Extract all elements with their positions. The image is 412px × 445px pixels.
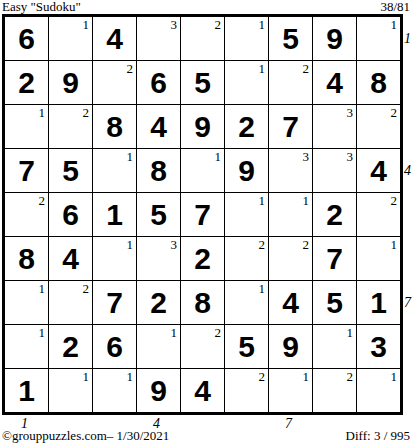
cell-r7c8[interactable]: 5: [313, 281, 356, 324]
pencil-mark: 2: [391, 194, 398, 208]
pencil-mark: 2: [391, 106, 398, 120]
cell-r6c5[interactable]: 2: [181, 237, 224, 280]
given-digit: 2: [5, 61, 48, 104]
cell-r4c8[interactable]: 3: [313, 149, 356, 192]
cell-r1c5[interactable]: 2: [181, 17, 224, 60]
cell-r9c3[interactable]: 1: [93, 369, 136, 412]
cell-r3c2[interactable]: 2: [49, 105, 92, 148]
cell-r2c3[interactable]: 2: [93, 61, 136, 104]
cell-r7c7[interactable]: 4: [269, 281, 312, 324]
cell-r9c2[interactable]: 1: [49, 369, 92, 412]
cell-r8c6[interactable]: 5: [225, 325, 268, 368]
cell-r6c8[interactable]: 7: [313, 237, 356, 280]
cell-r9c1[interactable]: 1: [5, 369, 48, 412]
cell-r6c1[interactable]: 8: [5, 237, 48, 280]
given-digit: 9: [181, 105, 224, 148]
pencil-mark: 1: [303, 370, 310, 384]
given-digit: 7: [93, 281, 136, 324]
cell-r8c9[interactable]: 3: [357, 325, 400, 368]
pencil-mark: 1: [83, 370, 90, 384]
pencil-mark: 2: [83, 106, 90, 120]
pencil-mark: 2: [347, 370, 354, 384]
given-digit: 5: [137, 193, 180, 236]
pencil-mark: 1: [39, 106, 46, 120]
cell-r8c1[interactable]: 1: [5, 325, 48, 368]
sudoku-board: 6143215912926512481284927327518193342615…: [2, 14, 403, 415]
pencil-mark: 1: [259, 194, 266, 208]
row-label-1: 1: [404, 31, 411, 46]
cell-r2c7[interactable]: 2: [269, 61, 312, 104]
cell-r5c6[interactable]: 1: [225, 193, 268, 236]
given-digit: 5: [49, 149, 92, 192]
cell-r7c3[interactable]: 7: [93, 281, 136, 324]
cell-r2c2[interactable]: 9: [49, 61, 92, 104]
given-digit: 8: [93, 105, 136, 148]
cell-r1c6[interactable]: 1: [225, 17, 268, 60]
given-digit: 8: [357, 61, 400, 104]
given-digit: 1: [5, 369, 48, 412]
given-digit: 5: [269, 17, 312, 60]
cell-r3c7[interactable]: 7: [269, 105, 312, 148]
cell-r5c5[interactable]: 7: [181, 193, 224, 236]
pencil-mark: 2: [215, 326, 222, 340]
cell-r1c8[interactable]: 9: [313, 17, 356, 60]
cell-r4c3[interactable]: 1: [93, 149, 136, 192]
pencil-mark: 1: [259, 62, 266, 76]
given-digit: 6: [49, 193, 92, 236]
given-digit: 9: [269, 325, 312, 368]
cell-r2c6[interactable]: 1: [225, 61, 268, 104]
cell-r8c5[interactable]: 2: [181, 325, 224, 368]
progress-counter: 38/81: [380, 0, 410, 14]
given-digit: 8: [137, 149, 180, 192]
given-digit: 3: [357, 325, 400, 368]
pencil-mark: 2: [303, 62, 310, 76]
pencil-mark: 3: [171, 18, 178, 32]
cell-r6c7[interactable]: 2: [269, 237, 312, 280]
pencil-mark: 1: [127, 150, 134, 164]
pencil-mark: 2: [83, 282, 90, 296]
pencil-mark: 1: [259, 282, 266, 296]
given-digit: 9: [225, 149, 268, 192]
given-digit: 4: [269, 281, 312, 324]
sudoku-page: Easy "Sudoku" 38/81 61432159129265124812…: [0, 0, 412, 445]
pencil-mark: 1: [215, 150, 222, 164]
pencil-mark: 2: [259, 238, 266, 252]
page-header: Easy "Sudoku" 38/81: [2, 0, 410, 14]
given-digit: 5: [313, 281, 356, 324]
given-digit: 9: [313, 17, 356, 60]
pencil-mark: 2: [215, 18, 222, 32]
cell-r7c9[interactable]: 1: [357, 281, 400, 324]
given-digit: 8: [181, 281, 224, 324]
pencil-mark: 3: [347, 150, 354, 164]
pencil-mark: 3: [303, 150, 310, 164]
pencil-mark: 2: [39, 194, 46, 208]
given-digit: 2: [49, 325, 92, 368]
given-digit: 1: [93, 193, 136, 236]
cell-r4c5[interactable]: 1: [181, 149, 224, 192]
pencil-mark: 2: [303, 238, 310, 252]
pencil-mark: 1: [303, 194, 310, 208]
cell-r8c8[interactable]: 1: [313, 325, 356, 368]
cell-r1c9[interactable]: 1: [357, 17, 400, 60]
row-label-7: 7: [404, 295, 411, 310]
cell-r5c4[interactable]: 5: [137, 193, 180, 236]
cell-r5c2[interactable]: 6: [49, 193, 92, 236]
pencil-mark: 1: [391, 18, 398, 32]
cell-r4c7[interactable]: 3: [269, 149, 312, 192]
copyright-text: ©grouppuzzles.com– 1/30/2021: [2, 428, 169, 443]
cell-r6c9[interactable]: 1: [357, 237, 400, 280]
given-digit: 9: [137, 369, 180, 412]
given-digit: 5: [225, 325, 268, 368]
cell-r9c6[interactable]: 2: [225, 369, 268, 412]
pencil-mark: 1: [347, 326, 354, 340]
row-label-4: 4: [404, 163, 411, 178]
cell-r2c4[interactable]: 6: [137, 61, 180, 104]
cell-r1c3[interactable]: 4: [93, 17, 136, 60]
cell-r7c6[interactable]: 1: [225, 281, 268, 324]
cell-r4c4[interactable]: 8: [137, 149, 180, 192]
cell-r9c9[interactable]: 1: [357, 369, 400, 412]
cell-r7c5[interactable]: 8: [181, 281, 224, 324]
pencil-mark: 1: [39, 326, 46, 340]
pencil-mark: 1: [127, 238, 134, 252]
cell-r2c8[interactable]: 4: [313, 61, 356, 104]
page-title: Easy "Sudoku": [2, 0, 81, 14]
cell-r2c5[interactable]: 5: [181, 61, 224, 104]
pencil-mark: 1: [171, 326, 178, 340]
pencil-mark: 1: [83, 18, 90, 32]
cell-r3c3[interactable]: 8: [93, 105, 136, 148]
given-digit: 4: [93, 17, 136, 60]
given-digit: 7: [313, 237, 356, 280]
given-digit: 7: [269, 105, 312, 148]
page-footer: ©grouppuzzles.com– 1/30/2021 Diff: 3 / 9…: [2, 428, 410, 443]
pencil-mark: 3: [171, 238, 178, 252]
pencil-mark: 3: [347, 106, 354, 120]
cell-r9c8[interactable]: 2: [313, 369, 356, 412]
pencil-mark: 2: [127, 62, 134, 76]
given-digit: 4: [357, 149, 400, 192]
cell-r4c1[interactable]: 7: [5, 149, 48, 192]
given-digit: 9: [49, 61, 92, 104]
cell-r5c3[interactable]: 1: [93, 193, 136, 236]
cell-r7c2[interactable]: 2: [49, 281, 92, 324]
pencil-mark: 1: [391, 370, 398, 384]
given-digit: 8: [5, 237, 48, 280]
cell-r6c6[interactable]: 2: [225, 237, 268, 280]
cell-r6c2[interactable]: 4: [49, 237, 92, 280]
cell-r6c4[interactable]: 3: [137, 237, 180, 280]
cell-r8c4[interactable]: 1: [137, 325, 180, 368]
given-digit: 6: [93, 325, 136, 368]
cell-r3c8[interactable]: 3: [313, 105, 356, 148]
cell-r9c7[interactable]: 1: [269, 369, 312, 412]
given-digit: 4: [181, 369, 224, 412]
given-digit: 6: [5, 17, 48, 60]
cell-r3c9[interactable]: 2: [357, 105, 400, 148]
given-digit: 2: [181, 237, 224, 280]
cell-r2c9[interactable]: 8: [357, 61, 400, 104]
cell-r8c7[interactable]: 9: [269, 325, 312, 368]
cell-r5c7[interactable]: 1: [269, 193, 312, 236]
given-digit: 4: [49, 237, 92, 280]
given-digit: 4: [137, 105, 180, 148]
given-digit: 7: [5, 149, 48, 192]
cell-r9c5[interactable]: 4: [181, 369, 224, 412]
cell-r4c6[interactable]: 9: [225, 149, 268, 192]
pencil-mark: 1: [259, 18, 266, 32]
difficulty-text: Diff: 3 / 995: [346, 428, 410, 443]
given-digit: 2: [225, 105, 268, 148]
given-digit: 4: [313, 61, 356, 104]
pencil-mark: 1: [391, 238, 398, 252]
cell-r4c9[interactable]: 4: [357, 149, 400, 192]
pencil-mark: 1: [39, 282, 46, 296]
cell-r1c4[interactable]: 3: [137, 17, 180, 60]
given-digit: 7: [181, 193, 224, 236]
cell-r5c1[interactable]: 2: [5, 193, 48, 236]
cell-r4c2[interactable]: 5: [49, 149, 92, 192]
cell-r7c1[interactable]: 1: [5, 281, 48, 324]
cell-r1c1[interactable]: 6: [5, 17, 48, 60]
given-digit: 2: [137, 281, 180, 324]
given-digit: 6: [137, 61, 180, 104]
cell-r6c3[interactable]: 1: [93, 237, 136, 280]
cell-r3c1[interactable]: 1: [5, 105, 48, 148]
cell-r3c6[interactable]: 2: [225, 105, 268, 148]
pencil-mark: 2: [259, 370, 266, 384]
cell-r1c2[interactable]: 1: [49, 17, 92, 60]
cell-r8c2[interactable]: 2: [49, 325, 92, 368]
cell-r5c8[interactable]: 2: [313, 193, 356, 236]
given-digit: 1: [357, 281, 400, 324]
given-digit: 5: [181, 61, 224, 104]
cell-r9c4[interactable]: 9: [137, 369, 180, 412]
cell-r3c4[interactable]: 4: [137, 105, 180, 148]
cell-r1c7[interactable]: 5: [269, 17, 312, 60]
cell-r5c9[interactable]: 2: [357, 193, 400, 236]
given-digit: 2: [313, 193, 356, 236]
cell-r2c1[interactable]: 2: [5, 61, 48, 104]
cell-r3c5[interactable]: 9: [181, 105, 224, 148]
cell-r8c3[interactable]: 6: [93, 325, 136, 368]
pencil-mark: 1: [127, 370, 134, 384]
cell-r7c4[interactable]: 2: [137, 281, 180, 324]
